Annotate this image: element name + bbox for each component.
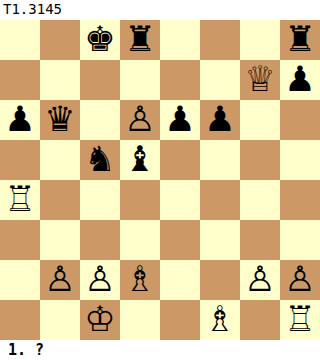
square-b8[interactable] bbox=[40, 20, 80, 60]
square-c2[interactable]: ♙ bbox=[80, 260, 120, 300]
square-f3[interactable] bbox=[200, 220, 240, 260]
black-pawn-piece[interactable]: ♟ bbox=[204, 100, 235, 139]
square-h5[interactable] bbox=[280, 140, 320, 180]
square-c5[interactable]: ♞ bbox=[80, 140, 120, 180]
black-king-piece[interactable]: ♚ bbox=[84, 20, 115, 59]
square-e3[interactable] bbox=[160, 220, 200, 260]
square-h4[interactable] bbox=[280, 180, 320, 220]
white-king-piece[interactable]: ♔ bbox=[84, 300, 115, 339]
white-bishop-piece[interactable]: ♗ bbox=[124, 260, 155, 299]
move-prompt: 1. ? bbox=[8, 341, 44, 359]
square-a6[interactable]: ♟ bbox=[0, 100, 40, 140]
white-rook-piece[interactable]: ♖ bbox=[4, 180, 35, 219]
black-bishop-piece[interactable]: ♝ bbox=[124, 140, 155, 179]
square-e6[interactable]: ♟ bbox=[160, 100, 200, 140]
square-e4[interactable] bbox=[160, 180, 200, 220]
black-pawn-piece[interactable]: ♟ bbox=[284, 60, 315, 99]
black-queen-piece[interactable]: ♛ bbox=[44, 100, 75, 139]
square-e7[interactable] bbox=[160, 60, 200, 100]
square-a8[interactable] bbox=[0, 20, 40, 60]
square-g8[interactable] bbox=[240, 20, 280, 60]
square-c7[interactable] bbox=[80, 60, 120, 100]
square-h2[interactable]: ♙ bbox=[280, 260, 320, 300]
square-b7[interactable] bbox=[40, 60, 80, 100]
square-b6[interactable]: ♛ bbox=[40, 100, 80, 140]
square-c1[interactable]: ♔ bbox=[80, 300, 120, 340]
black-pawn-piece[interactable]: ♟ bbox=[164, 100, 195, 139]
square-f4[interactable] bbox=[200, 180, 240, 220]
black-pawn-piece[interactable]: ♟ bbox=[4, 100, 35, 139]
square-d1[interactable] bbox=[120, 300, 160, 340]
square-e8[interactable] bbox=[160, 20, 200, 60]
square-d8[interactable]: ♜ bbox=[120, 20, 160, 60]
square-d6[interactable]: ♙ bbox=[120, 100, 160, 140]
square-g6[interactable] bbox=[240, 100, 280, 140]
square-h1[interactable]: ♖ bbox=[280, 300, 320, 340]
square-f7[interactable] bbox=[200, 60, 240, 100]
square-f1[interactable]: ♗ bbox=[200, 300, 240, 340]
white-pawn-piece[interactable]: ♙ bbox=[44, 260, 75, 299]
square-e1[interactable] bbox=[160, 300, 200, 340]
square-h6[interactable] bbox=[280, 100, 320, 140]
white-queen-piece[interactable]: ♕ bbox=[244, 60, 275, 99]
square-d2[interactable]: ♗ bbox=[120, 260, 160, 300]
square-g7[interactable]: ♕ bbox=[240, 60, 280, 100]
white-pawn-piece[interactable]: ♙ bbox=[124, 100, 155, 139]
square-b3[interactable] bbox=[40, 220, 80, 260]
white-bishop-piece[interactable]: ♗ bbox=[204, 300, 235, 339]
black-rook-piece[interactable]: ♜ bbox=[124, 20, 155, 59]
square-c4[interactable] bbox=[80, 180, 120, 220]
square-a4[interactable]: ♖ bbox=[0, 180, 40, 220]
square-g5[interactable] bbox=[240, 140, 280, 180]
square-d7[interactable] bbox=[120, 60, 160, 100]
square-d3[interactable] bbox=[120, 220, 160, 260]
black-knight-piece[interactable]: ♞ bbox=[84, 140, 115, 179]
square-e2[interactable] bbox=[160, 260, 200, 300]
square-d4[interactable] bbox=[120, 180, 160, 220]
square-g4[interactable] bbox=[240, 180, 280, 220]
square-a1[interactable] bbox=[0, 300, 40, 340]
square-g1[interactable] bbox=[240, 300, 280, 340]
white-rook-piece[interactable]: ♖ bbox=[284, 300, 315, 339]
square-a5[interactable] bbox=[0, 140, 40, 180]
square-c8[interactable]: ♚ bbox=[80, 20, 120, 60]
square-a7[interactable] bbox=[0, 60, 40, 100]
square-e5[interactable] bbox=[160, 140, 200, 180]
chess-board: ♚♜♜♕♟♟♛♙♟♟♞♝♖♙♙♗♙♙♔♗♖ bbox=[0, 20, 320, 340]
square-c6[interactable] bbox=[80, 100, 120, 140]
white-pawn-piece[interactable]: ♙ bbox=[84, 260, 115, 299]
square-b2[interactable]: ♙ bbox=[40, 260, 80, 300]
square-b5[interactable] bbox=[40, 140, 80, 180]
square-h3[interactable] bbox=[280, 220, 320, 260]
white-pawn-piece[interactable]: ♙ bbox=[284, 260, 315, 299]
square-b1[interactable] bbox=[40, 300, 80, 340]
square-g2[interactable]: ♙ bbox=[240, 260, 280, 300]
black-rook-piece[interactable]: ♜ bbox=[284, 20, 315, 59]
square-g3[interactable] bbox=[240, 220, 280, 260]
square-a3[interactable] bbox=[0, 220, 40, 260]
square-h8[interactable]: ♜ bbox=[280, 20, 320, 60]
square-f2[interactable] bbox=[200, 260, 240, 300]
square-f6[interactable]: ♟ bbox=[200, 100, 240, 140]
square-d5[interactable]: ♝ bbox=[120, 140, 160, 180]
white-pawn-piece[interactable]: ♙ bbox=[244, 260, 275, 299]
square-c3[interactable] bbox=[80, 220, 120, 260]
square-h7[interactable]: ♟ bbox=[280, 60, 320, 100]
square-f8[interactable] bbox=[200, 20, 240, 60]
square-b4[interactable] bbox=[40, 180, 80, 220]
square-f5[interactable] bbox=[200, 140, 240, 180]
puzzle-title: T1.3145 bbox=[3, 1, 62, 18]
square-a2[interactable] bbox=[0, 260, 40, 300]
